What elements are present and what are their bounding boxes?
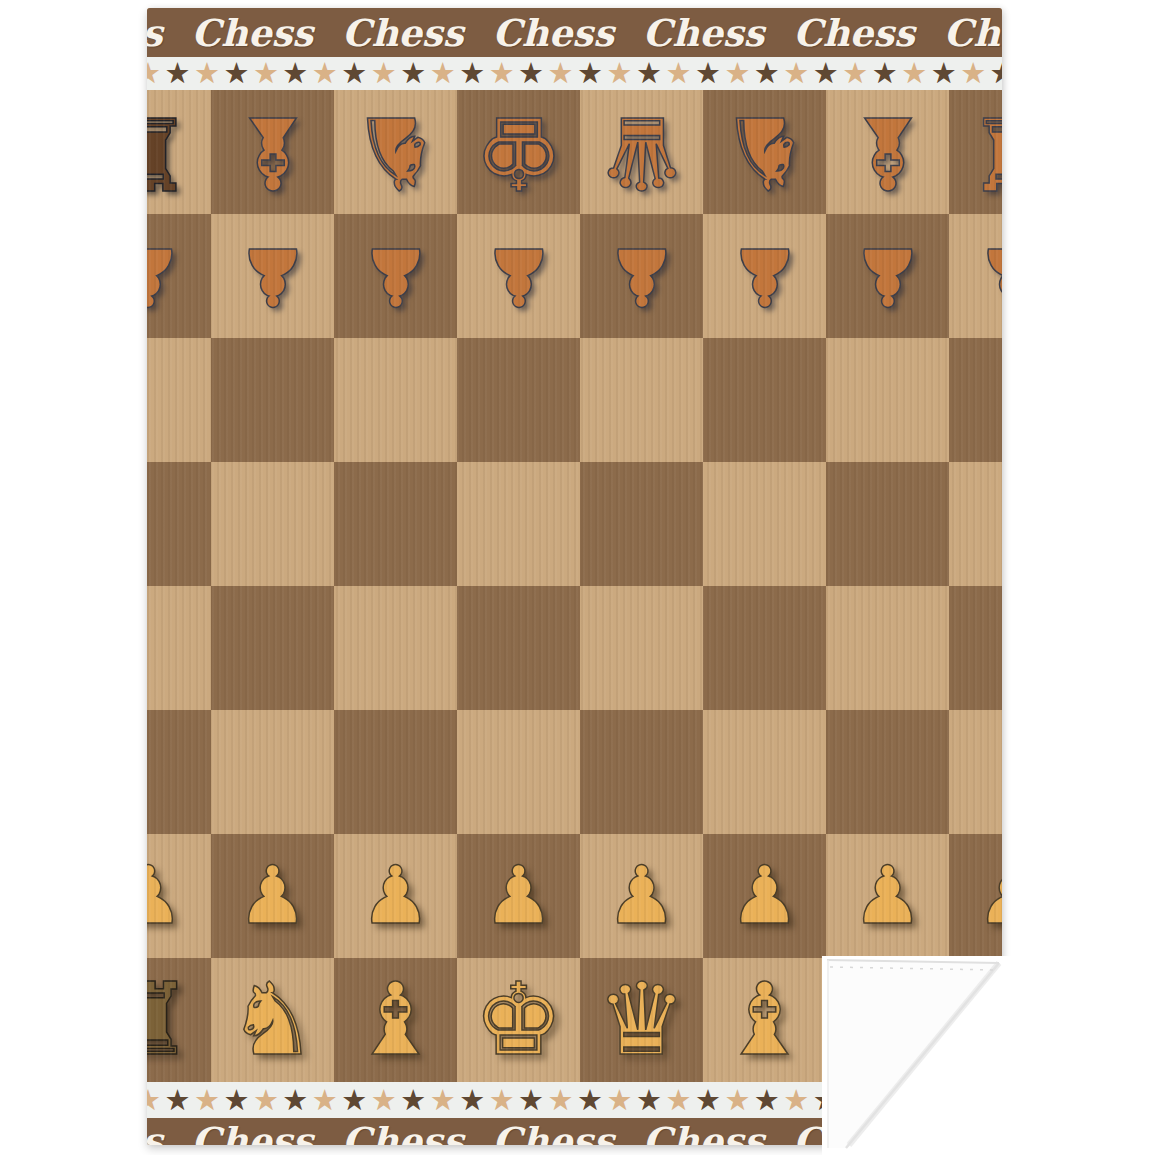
board-square: ♟ [147, 214, 211, 338]
orange-pawn-icon: ♟ [237, 236, 309, 316]
orange-pawn-icon: ♟ [606, 236, 678, 316]
gold-pawn-icon: ♟ [606, 856, 678, 936]
board-square: ♞ [211, 958, 334, 1082]
star-icon: ★ [282, 59, 308, 88]
orange-bishop-icon: ♝ [228, 102, 318, 202]
board-square: ♝ [826, 90, 949, 214]
star-icon: ★ [607, 1086, 633, 1115]
star-icon: ★ [813, 59, 839, 88]
board-square: ♟ [334, 214, 457, 338]
star-icon: ★ [960, 59, 986, 88]
gold-bishop-icon: ♝ [720, 970, 810, 1070]
board-square: ♜ [147, 958, 211, 1082]
chess-board: ♜♝♞♚♛♞♝♜♟♟♟♟♟♟♟♟♟♟♟♟♟♟♟♟♜♞♝♚♛♝♞♜ [147, 90, 1002, 1082]
star-icon: ★ [253, 59, 279, 88]
gold-bishop-icon: ♝ [351, 970, 441, 1070]
board-square [147, 710, 211, 834]
star-icon: ★ [665, 1086, 691, 1115]
gold-pawn-icon: ♟ [147, 856, 184, 936]
board-square: ♞ [334, 90, 457, 214]
star-icon: ★ [400, 59, 426, 88]
board-square [580, 710, 703, 834]
board-square [211, 710, 334, 834]
board-square: ♟ [211, 214, 334, 338]
star-icon: ★ [282, 1086, 308, 1115]
star-icon: ★ [754, 1086, 780, 1115]
star-icon: ★ [842, 59, 868, 88]
board-square [147, 586, 211, 710]
star-icon: ★ [724, 59, 750, 88]
orange-bishop-icon: ♝ [843, 102, 933, 202]
star-icon: ★ [312, 59, 338, 88]
gold-pawn-icon: ♟ [729, 856, 801, 936]
board-square [211, 586, 334, 710]
star-icon: ★ [607, 59, 633, 88]
board-square [826, 462, 949, 586]
star-icon: ★ [430, 59, 456, 88]
star-icon: ★ [223, 1086, 249, 1115]
star-icon: ★ [695, 59, 721, 88]
orange-pawn-icon: ♟ [483, 236, 555, 316]
board-square [949, 710, 1002, 834]
gold-queen-icon: ♛ [597, 970, 687, 1070]
star-icon: ★ [489, 59, 515, 88]
board-square: ♝ [211, 90, 334, 214]
star-icon: ★ [223, 59, 249, 88]
star-icon: ★ [636, 59, 662, 88]
board-square [334, 462, 457, 586]
star-icon: ★ [164, 1086, 190, 1115]
star-icon: ★ [341, 1086, 367, 1115]
board-square: ♞ [703, 90, 826, 214]
star-icon: ★ [194, 59, 220, 88]
board-square [703, 338, 826, 462]
board-square [147, 462, 211, 586]
board-square [826, 586, 949, 710]
board-square [457, 338, 580, 462]
board-square [703, 710, 826, 834]
orange-king-icon: ♚ [474, 102, 564, 202]
star-icon: ★ [754, 59, 780, 88]
gold-knight-icon: ♞ [228, 970, 318, 1070]
star-icon: ★ [990, 59, 1002, 88]
product-photo-chess-blanket: { "game": "chess", "product": { "descrip… [0, 0, 1155, 1155]
board-square: ♟ [949, 214, 1002, 338]
star-icon: ★ [783, 59, 809, 88]
top-chess-text-banner: ss Chess Chess Chess Chess Chess Chess C… [147, 8, 1002, 57]
orange-pawn-icon: ♟ [852, 236, 924, 316]
star-icon: ★ [577, 59, 603, 88]
board-square: ♚ [457, 958, 580, 1082]
star-icon: ★ [164, 59, 190, 88]
folded-corner [815, 950, 1155, 1155]
star-icon: ★ [577, 1086, 603, 1115]
gold-pawn-icon: ♟ [852, 856, 924, 936]
star-icon: ★ [147, 59, 161, 88]
board-square: ♟ [457, 214, 580, 338]
star-icon: ★ [548, 1086, 574, 1115]
board-square: ♟ [703, 834, 826, 958]
star-icon: ★ [931, 59, 957, 88]
star-icon: ★ [371, 59, 397, 88]
board-square: ♟ [949, 834, 1002, 958]
star-icon: ★ [548, 59, 574, 88]
star-icon: ★ [489, 1086, 515, 1115]
board-square: ♛ [580, 90, 703, 214]
board-square [457, 710, 580, 834]
board-square [580, 586, 703, 710]
board-square [211, 338, 334, 462]
board-square [211, 462, 334, 586]
gold-pawn-icon: ♟ [360, 856, 432, 936]
board-square: ♟ [580, 834, 703, 958]
star-icon: ★ [518, 1086, 544, 1115]
gold-pawn-icon: ♟ [483, 856, 555, 936]
star-icon: ★ [783, 1086, 809, 1115]
board-square [703, 586, 826, 710]
star-icon: ★ [901, 59, 927, 88]
gold-pawn-icon: ♟ [237, 856, 309, 936]
orange-pawn-icon: ♟ [729, 236, 801, 316]
star-icon: ★ [312, 1086, 338, 1115]
star-icon: ★ [636, 1086, 662, 1115]
board-square: ♟ [580, 214, 703, 338]
board-square [949, 338, 1002, 462]
board-square [147, 338, 211, 462]
board-square: ♟ [703, 214, 826, 338]
board-square [580, 462, 703, 586]
board-square [703, 462, 826, 586]
star-icon: ★ [341, 59, 367, 88]
orange-rook-icon: ♜ [967, 102, 1002, 202]
board-square: ♟ [826, 214, 949, 338]
board-square [457, 462, 580, 586]
board-square: ♟ [826, 834, 949, 958]
board-square [580, 338, 703, 462]
board-square: ♟ [457, 834, 580, 958]
board-square: ♛ [580, 958, 703, 1082]
orange-knight-icon: ♞ [720, 102, 810, 202]
board-square: ♚ [457, 90, 580, 214]
star-icon: ★ [430, 1086, 456, 1115]
orange-pawn-icon: ♟ [976, 236, 1002, 316]
board-square [826, 710, 949, 834]
board-square: ♟ [147, 834, 211, 958]
orange-pawn-icon: ♟ [147, 236, 184, 316]
board-square [334, 338, 457, 462]
star-icon: ★ [194, 1086, 220, 1115]
top-star-border: ★★★★★★★★★★★★★★★★★★★★★★★★★★★★★★ [147, 57, 1002, 90]
gold-pawn-icon: ♟ [976, 856, 1002, 936]
board-square [949, 586, 1002, 710]
star-icon: ★ [400, 1086, 426, 1115]
orange-rook-icon: ♜ [147, 102, 193, 202]
gold-rook-icon: ♜ [147, 970, 193, 1070]
orange-knight-icon: ♞ [351, 102, 441, 202]
board-square [334, 586, 457, 710]
star-icon: ★ [371, 1086, 397, 1115]
board-square: ♜ [147, 90, 211, 214]
board-square: ♟ [211, 834, 334, 958]
orange-pawn-icon: ♟ [360, 236, 432, 316]
star-icon: ★ [459, 1086, 485, 1115]
star-icon: ★ [872, 59, 898, 88]
board-square [457, 586, 580, 710]
star-icon: ★ [253, 1086, 279, 1115]
top-banner-text: ss Chess Chess Chess Chess Chess Chess C… [147, 11, 1002, 55]
board-square: ♝ [334, 958, 457, 1082]
star-icon: ★ [147, 1086, 161, 1115]
star-icon: ★ [695, 1086, 721, 1115]
board-square [826, 338, 949, 462]
board-square: ♜ [949, 90, 1002, 214]
board-square [949, 462, 1002, 586]
board-square: ♟ [334, 834, 457, 958]
orange-queen-icon: ♛ [597, 102, 687, 202]
star-icon: ★ [724, 1086, 750, 1115]
gold-king-icon: ♚ [474, 970, 564, 1070]
star-icon: ★ [518, 59, 544, 88]
board-square: ♝ [703, 958, 826, 1082]
star-icon: ★ [665, 59, 691, 88]
star-icon: ★ [459, 59, 485, 88]
board-square [334, 710, 457, 834]
